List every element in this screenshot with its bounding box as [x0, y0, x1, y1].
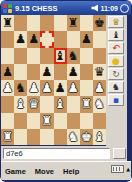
piece-bB-e6: ♝: [54, 48, 65, 64]
piece-wP-h4: ♟: [94, 80, 105, 96]
piece-wR-d2: ♜: [41, 113, 52, 129]
square-b7[interactable]: ♟: [14, 31, 27, 47]
square-b8[interactable]: [14, 15, 27, 31]
piece-wN-h3: ♞: [94, 96, 105, 112]
square-a1[interactable]: ♜: [1, 129, 14, 145]
piece-bR-a8: ♜: [2, 15, 13, 31]
volume-icon[interactable]: [91, 5, 98, 12]
pda-screen: 9.15 CHESS 11:09 ♜♜♚♟♟♟♝♞♟♟♟♛♟♞♟♟♟♟♟♝♛♝♜…: [0, 0, 132, 182]
undo-button-icon: ↶: [112, 44, 120, 53]
square-d7[interactable]: [40, 31, 53, 47]
black-piece-button[interactable]: ♝: [108, 29, 124, 41]
windows-start-icon[interactable]: [3, 4, 12, 13]
flag-blue: [3, 9, 7, 13]
square-b2[interactable]: [14, 113, 27, 129]
square-g8[interactable]: [80, 15, 93, 31]
square-c5[interactable]: [27, 64, 40, 80]
keyboard-icon[interactable]: [111, 165, 124, 173]
piece-wB-b3: ♝: [15, 96, 26, 112]
square-h6[interactable]: [93, 48, 106, 64]
flag-yellow: [8, 9, 12, 13]
square-h8[interactable]: ♚: [93, 15, 106, 31]
square-e4[interactable]: ♟: [54, 80, 67, 96]
piece-wP-c4: ♟: [28, 80, 39, 96]
stop-button[interactable]: ▪: [108, 94, 124, 106]
flag-green: [8, 4, 12, 8]
square-d2[interactable]: ♜: [40, 113, 53, 129]
square-g1[interactable]: ♚: [80, 129, 93, 145]
refresh-button[interactable]: ↻: [108, 68, 124, 80]
piece-bP-f5: ♟: [68, 64, 79, 80]
flag-red: [3, 4, 7, 8]
piece-bR-f8: ♜: [68, 15, 79, 31]
square-c2[interactable]: [27, 113, 40, 129]
input-panel-caret-icon[interactable]: ▲: [126, 166, 130, 172]
piece-wR-a1: ♜: [2, 129, 13, 145]
white-piece-button-icon: ♛: [112, 18, 120, 27]
square-f5[interactable]: ♟: [67, 64, 80, 80]
square-g5[interactable]: [80, 64, 93, 80]
chess-board: ♜♜♚♟♟♟♝♞♟♟♟♛♟♞♟♟♟♟♟♝♛♝♜♞♜♜♞♚♝: [1, 15, 106, 145]
square-h2[interactable]: [93, 113, 106, 129]
square-e8[interactable]: [54, 15, 67, 31]
square-e7[interactable]: [54, 31, 67, 47]
square-a5[interactable]: ♟: [1, 64, 14, 80]
app-title: 9.15 CHESS: [15, 4, 58, 13]
ok-button[interactable]: [120, 4, 129, 13]
square-e2[interactable]: [54, 113, 67, 129]
piece-wP-f4: ♟: [68, 80, 79, 96]
piece-bN-f6: ♞: [68, 48, 79, 64]
bottom-strip: [1, 175, 131, 180]
piece-wR-g3: ♜: [81, 96, 92, 112]
square-e6[interactable]: ♝: [54, 48, 67, 64]
square-c7[interactable]: ♟: [27, 31, 40, 47]
hint-button-icon: ●: [112, 57, 120, 66]
tool-sidebar: ♛♝↶●↻♞▪: [106, 15, 127, 146]
square-g2[interactable]: [80, 113, 93, 129]
square-g3[interactable]: ♜: [80, 96, 93, 112]
square-d4[interactable]: ♟: [40, 80, 53, 96]
square-c4[interactable]: ♟: [27, 80, 40, 96]
square-g7[interactable]: ♟: [80, 31, 93, 47]
piece-bP-d5: ♟: [41, 64, 52, 80]
square-f7[interactable]: [67, 31, 80, 47]
refresh-button-icon: ↻: [112, 70, 120, 79]
square-f2[interactable]: [67, 113, 80, 129]
square-d1[interactable]: [40, 129, 53, 145]
square-e1[interactable]: [54, 129, 67, 145]
analyze-button[interactable]: ♞: [108, 81, 124, 93]
square-b4[interactable]: ♞: [14, 80, 27, 96]
square-b3[interactable]: ♝: [14, 96, 27, 112]
square-h7[interactable]: [93, 31, 106, 47]
square-a3[interactable]: [1, 96, 14, 112]
undo-button[interactable]: ↶: [108, 42, 124, 54]
square-b5[interactable]: [14, 64, 27, 80]
piece-bK-h8: ♚: [94, 15, 105, 31]
square-d6[interactable]: [40, 48, 53, 64]
square-b1[interactable]: [14, 129, 27, 145]
piece-bN-b4: ♞: [15, 80, 26, 96]
square-a4[interactable]: ♟: [1, 80, 14, 96]
square-c3[interactable]: ♛: [27, 96, 40, 112]
piece-wP-d4: ♟: [41, 80, 52, 96]
menu-bar: GameMoveHelp ▲: [1, 161, 131, 175]
square-a6[interactable]: [1, 48, 14, 64]
piece-bP-c7: ♟: [28, 31, 39, 47]
move-input[interactable]: [3, 148, 110, 159]
square-h4[interactable]: ♟: [93, 80, 106, 96]
piece-bP-b7: ♟: [15, 31, 26, 47]
square-e3[interactable]: ♝: [54, 96, 67, 112]
square-c1[interactable]: [27, 129, 40, 145]
square-e5[interactable]: [54, 64, 67, 80]
square-h5[interactable]: ♛: [93, 64, 106, 80]
white-piece-button[interactable]: ♛: [108, 16, 124, 28]
square-c8[interactable]: [27, 15, 40, 31]
hint-button[interactable]: ●: [108, 55, 124, 67]
square-f6[interactable]: ♞: [67, 48, 80, 64]
square-g4[interactable]: [80, 80, 93, 96]
square-f8[interactable]: ♜: [67, 15, 80, 31]
clock: 11:09: [100, 5, 118, 12]
input-side-button[interactable]: [113, 148, 126, 159]
square-a7[interactable]: [1, 31, 14, 47]
square-h1[interactable]: ♝: [93, 129, 106, 145]
piece-wQ-c3: ♛: [28, 96, 39, 112]
square-d5[interactable]: ♟: [40, 64, 53, 80]
square-d8[interactable]: [40, 15, 53, 31]
stop-button-icon: ▪: [113, 96, 119, 105]
square-f4[interactable]: ♟: [67, 80, 80, 96]
square-f1[interactable]: ♞: [67, 129, 80, 145]
piece-wK-g1: ♚: [81, 129, 92, 145]
piece-wB-h1: ♝: [94, 129, 105, 145]
piece-bQ-h5: ♛: [94, 64, 105, 80]
square-h3[interactable]: ♞: [93, 96, 106, 112]
piece-wP-a4: ♟: [2, 80, 13, 96]
analyze-button-icon: ♞: [112, 83, 120, 92]
square-a8[interactable]: ♜: [1, 15, 14, 31]
square-d3[interactable]: [40, 96, 53, 112]
square-g6[interactable]: [80, 48, 93, 64]
square-a2[interactable]: [1, 113, 14, 129]
piece-bP-g7: ♟: [81, 31, 92, 47]
piece-wB-e3: ♝: [54, 96, 65, 112]
square-b6[interactable]: [14, 48, 27, 64]
title-bar: 9.15 CHESS 11:09: [1, 1, 131, 15]
piece-bP-e4: ♟: [54, 80, 65, 96]
square-c6[interactable]: [27, 48, 40, 64]
piece-wN-f1: ♞: [68, 129, 79, 145]
square-f3[interactable]: [67, 96, 80, 112]
piece-bP-a5: ♟: [2, 64, 13, 80]
titlebar-right-cluster: 11:09: [91, 1, 129, 15]
black-piece-button-icon: ♝: [112, 31, 120, 40]
